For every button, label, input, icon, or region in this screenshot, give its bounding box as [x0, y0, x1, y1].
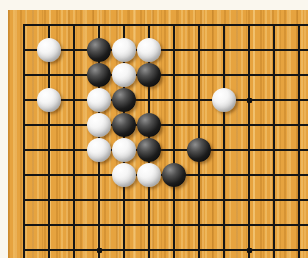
- grid-line-h-9: [23, 224, 308, 226]
- stone-white-F18[interactable]: [137, 38, 161, 62]
- stone-white-E13[interactable]: [112, 163, 136, 187]
- stone-white-B16[interactable]: [37, 88, 61, 112]
- grid-line-h-3: [23, 74, 308, 76]
- grid-line-v-11: [273, 24, 275, 258]
- app-background: [0, 0, 308, 258]
- grid-line-v-1: [23, 24, 25, 258]
- stone-black-D17[interactable]: [87, 63, 111, 87]
- star-point-D10: [97, 248, 102, 253]
- grid-line-v-7: [173, 24, 175, 258]
- stone-white-D14[interactable]: [87, 138, 111, 162]
- grid-line-v-3: [73, 24, 75, 258]
- stone-white-D16[interactable]: [87, 88, 111, 112]
- grid-line-h-8: [23, 199, 308, 201]
- grid-line-v-12: [298, 24, 300, 258]
- grid-line-h-4: [23, 99, 308, 101]
- stone-white-E18[interactable]: [112, 38, 136, 62]
- stone-white-D15[interactable]: [87, 113, 111, 137]
- grid-line-h-5: [23, 124, 308, 126]
- grid-line-h-10: [23, 249, 308, 251]
- go-board[interactable]: [8, 10, 308, 258]
- stone-black-H14[interactable]: [187, 138, 211, 162]
- stone-black-D18[interactable]: [87, 38, 111, 62]
- stone-black-G13[interactable]: [162, 163, 186, 187]
- stone-black-E16[interactable]: [112, 88, 136, 112]
- grid-line-v-9: [223, 24, 225, 258]
- star-point-K10: [247, 248, 252, 253]
- stone-white-E17[interactable]: [112, 63, 136, 87]
- grid-line-v-10: [248, 24, 250, 258]
- stone-black-F17[interactable]: [137, 63, 161, 87]
- stone-white-F13[interactable]: [137, 163, 161, 187]
- star-point-K16: [247, 98, 252, 103]
- stone-white-E14[interactable]: [112, 138, 136, 162]
- stone-black-F14[interactable]: [137, 138, 161, 162]
- stone-black-E15[interactable]: [112, 113, 136, 137]
- stone-black-F15[interactable]: [137, 113, 161, 137]
- grid-line-h-2: [23, 49, 308, 51]
- stone-white-B18[interactable]: [37, 38, 61, 62]
- grid-line-h-6: [23, 149, 308, 151]
- grid-line-h-1: [23, 24, 308, 26]
- stone-white-J16[interactable]: [212, 88, 236, 112]
